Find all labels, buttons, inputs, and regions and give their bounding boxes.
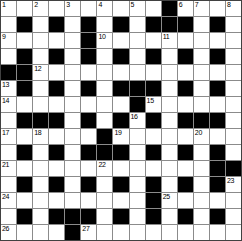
cell-r0c0[interactable]: 1 (1, 1, 16, 16)
cell-r11c0[interactable] (1, 177, 16, 192)
cell-r6c7[interactable] (113, 97, 128, 112)
clue-number-4: 4 (98, 1, 102, 9)
cell-r12c0[interactable]: 24 (1, 193, 16, 208)
cell-r14c8[interactable] (130, 225, 145, 240)
block-cell-r7c2 (33, 113, 48, 128)
clue-number-24: 24 (2, 193, 9, 201)
cell-r8c1[interactable] (17, 129, 32, 144)
cell-r11c8[interactable] (130, 177, 145, 192)
clue-number-3: 3 (66, 1, 70, 9)
cell-r2c6[interactable]: 10 (97, 33, 112, 48)
cell-r14c1[interactable] (17, 225, 32, 240)
block-cell-r2c5 (81, 33, 96, 48)
cell-r8c3[interactable] (49, 129, 64, 144)
block-cell-r3c13 (210, 49, 225, 64)
cell-r7c6[interactable] (97, 113, 112, 128)
block-cell-r7c11 (178, 113, 193, 128)
cell-r4c9[interactable] (146, 65, 161, 80)
block-cell-r5c13 (210, 81, 225, 96)
block-cell-r9c13 (210, 145, 225, 160)
cell-r10c8[interactable] (130, 161, 145, 176)
cell-r0c6[interactable]: 4 (97, 1, 112, 16)
block-cell-r10c14 (226, 161, 241, 176)
cell-r10c4[interactable] (65, 161, 80, 176)
block-cell-r1c7 (113, 17, 128, 32)
block-cell-r9c11 (178, 145, 193, 160)
block-cell-r9c9 (146, 145, 161, 160)
cell-r1c14[interactable] (226, 17, 241, 32)
clue-number-1: 1 (2, 1, 6, 9)
block-cell-r11c9 (146, 177, 161, 192)
block-cell-r11c13 (210, 177, 225, 192)
cell-r14c12[interactable] (194, 225, 209, 240)
cell-r0c2[interactable]: 2 (33, 1, 48, 16)
cell-r10c10[interactable] (162, 161, 177, 176)
cell-r0c5[interactable] (81, 1, 96, 16)
block-cell-r11c1 (17, 177, 32, 192)
cell-r14c7[interactable] (113, 225, 128, 240)
block-cell-r9c3 (49, 145, 64, 160)
cell-r1c0[interactable] (1, 17, 16, 32)
cell-r14c9[interactable] (146, 225, 161, 240)
block-cell-r13c1 (17, 209, 32, 224)
block-cell-r5c8 (130, 81, 145, 96)
cell-r5c4[interactable] (65, 81, 80, 96)
cell-r2c3[interactable] (49, 33, 64, 48)
cell-r11c10[interactable] (162, 177, 177, 192)
block-cell-r1c3 (49, 17, 64, 32)
cell-r4c4[interactable] (65, 65, 80, 80)
block-cell-r3c9 (146, 49, 161, 64)
cell-r12c4[interactable] (65, 193, 80, 208)
cell-r11c14[interactable]: 23 (226, 177, 241, 192)
cell-r2c1[interactable] (17, 33, 32, 48)
cell-r2c0[interactable]: 9 (1, 33, 16, 48)
clue-number-15: 15 (147, 97, 154, 105)
clue-number-14: 14 (2, 97, 9, 105)
cell-r10c11[interactable] (178, 161, 193, 176)
cell-r12c8[interactable] (130, 193, 145, 208)
cell-r12c13[interactable] (210, 193, 225, 208)
block-cell-r3c1 (17, 49, 32, 64)
cell-r7c10[interactable] (162, 113, 177, 128)
cell-r3c14[interactable] (226, 49, 241, 64)
block-cell-r5c5 (81, 81, 96, 96)
cell-r13c14[interactable] (226, 209, 241, 224)
cell-r14c10[interactable] (162, 225, 177, 240)
block-cell-r7c13 (210, 113, 225, 128)
block-cell-r12c9 (146, 193, 161, 208)
cell-r4c14[interactable] (226, 65, 241, 80)
cell-r11c6[interactable] (97, 177, 112, 192)
cell-r4c11[interactable] (178, 65, 193, 80)
block-cell-r9c7 (113, 145, 128, 160)
cell-r6c1[interactable] (17, 97, 32, 112)
cell-r5c14[interactable] (226, 81, 241, 96)
cell-r12c10[interactable]: 25 (162, 193, 177, 208)
cell-r1c2[interactable] (33, 17, 48, 32)
cell-r14c11[interactable] (178, 225, 193, 240)
block-cell-r0c10 (162, 1, 177, 16)
cell-r10c12[interactable] (194, 161, 209, 176)
cell-r5c2[interactable] (33, 81, 48, 96)
cell-r9c0[interactable] (1, 145, 16, 160)
clue-number-26: 26 (2, 225, 9, 233)
cell-r12c1[interactable] (17, 193, 32, 208)
cell-r9c10[interactable] (162, 145, 177, 160)
crossword-grid: 1234567891011121314151617181920212223242… (0, 0, 242, 241)
block-cell-r13c5 (81, 209, 96, 224)
block-cell-r7c12 (194, 113, 209, 128)
cell-r11c2[interactable] (33, 177, 48, 192)
block-cell-r1c13 (210, 17, 225, 32)
cell-r12c7[interactable] (113, 193, 128, 208)
cell-r3c0[interactable] (1, 49, 16, 64)
block-cell-r4c1 (17, 65, 32, 80)
cell-r6c3[interactable] (49, 97, 64, 112)
cell-r10c2[interactable] (33, 161, 48, 176)
cell-r6c2[interactable] (33, 97, 48, 112)
clue-number-13: 13 (2, 81, 9, 89)
cell-r8c2[interactable]: 18 (33, 129, 48, 144)
cell-r1c6[interactable] (97, 17, 112, 32)
cell-r0c13[interactable] (210, 1, 225, 16)
block-cell-r13c7 (113, 209, 128, 224)
clue-number-17: 17 (2, 129, 9, 137)
clue-number-2: 2 (34, 1, 38, 9)
cell-r6c9[interactable]: 15 (146, 97, 161, 112)
block-cell-r11c11 (178, 177, 193, 192)
cell-r7c8[interactable]: 16 (130, 113, 145, 128)
cell-r12c14[interactable] (226, 193, 241, 208)
block-cell-r11c3 (49, 177, 64, 192)
cell-r9c2[interactable] (33, 145, 48, 160)
cell-r12c5[interactable] (81, 193, 96, 208)
cell-r8c13[interactable] (210, 129, 225, 144)
clue-number-11: 11 (163, 33, 170, 41)
block-cell-r9c1 (17, 145, 32, 160)
cell-r8c10[interactable] (162, 129, 177, 144)
block-cell-r7c9 (146, 113, 161, 128)
block-cell-r3c11 (178, 49, 193, 64)
block-cell-r13c13 (210, 209, 225, 224)
cell-r13c12[interactable] (194, 209, 209, 224)
block-cell-r5c9 (146, 81, 161, 96)
cell-r10c9[interactable] (146, 161, 161, 176)
cell-r2c8[interactable] (130, 33, 145, 48)
cell-r3c8[interactable] (130, 49, 145, 64)
cell-r0c11[interactable]: 6 (178, 1, 193, 16)
clue-number-5: 5 (131, 1, 135, 9)
cell-r2c13[interactable] (210, 33, 225, 48)
block-cell-r13c11 (178, 209, 193, 224)
clue-number-22: 22 (98, 161, 105, 169)
block-cell-r3c3 (49, 49, 64, 64)
cell-r8c12[interactable]: 20 (194, 129, 209, 144)
block-cell-r3c5 (81, 49, 96, 64)
clue-number-8: 8 (227, 1, 231, 9)
crossword-board: 1234567891011121314151617181920212223242… (0, 0, 242, 241)
cell-r6c13[interactable] (210, 97, 225, 112)
cell-r11c4[interactable] (65, 177, 80, 192)
cell-r4c13[interactable] (210, 65, 225, 80)
cell-r6c0[interactable]: 14 (1, 97, 16, 112)
block-cell-r5c7 (113, 81, 128, 96)
cell-r9c14[interactable] (226, 145, 241, 160)
cell-r0c1[interactable] (17, 1, 32, 16)
cell-r13c2[interactable] (33, 209, 48, 224)
cell-r9c12[interactable] (194, 145, 209, 160)
block-cell-r1c1 (17, 17, 32, 32)
clue-number-10: 10 (98, 33, 105, 41)
cell-r4c2[interactable]: 12 (33, 65, 48, 80)
cell-r3c12[interactable] (194, 49, 209, 64)
cell-r1c8[interactable] (130, 17, 145, 32)
cell-r6c4[interactable] (65, 97, 80, 112)
cell-r3c6[interactable] (97, 49, 112, 64)
clue-number-20: 20 (195, 129, 202, 137)
clue-number-9: 9 (2, 33, 6, 41)
cell-r2c9[interactable] (146, 33, 161, 48)
clue-number-19: 19 (114, 129, 121, 137)
cell-r0c9[interactable] (146, 1, 161, 16)
block-cell-r7c5 (81, 113, 96, 128)
block-cell-r7c1 (17, 113, 32, 128)
cell-r2c12[interactable] (194, 33, 209, 48)
cell-r8c8[interactable] (130, 129, 145, 144)
clue-number-16: 16 (131, 113, 138, 121)
cell-r13c0[interactable] (1, 209, 16, 224)
cell-r7c0[interactable] (1, 113, 16, 128)
cell-r10c5[interactable] (81, 161, 96, 176)
cell-r2c11[interactable] (178, 33, 193, 48)
cell-r4c8[interactable] (130, 65, 145, 80)
cell-r0c8[interactable]: 5 (130, 1, 145, 16)
cell-r4c3[interactable] (49, 65, 64, 80)
cell-r5c6[interactable] (97, 81, 112, 96)
block-cell-r8c6 (97, 129, 112, 144)
cell-r0c14[interactable]: 8 (226, 1, 241, 16)
block-cell-r9c6 (97, 145, 112, 160)
block-cell-r1c11 (178, 17, 193, 32)
cell-r5c0[interactable]: 13 (1, 81, 16, 96)
block-cell-r1c10 (162, 17, 177, 32)
cell-r13c10[interactable] (162, 209, 177, 224)
clue-number-12: 12 (34, 65, 41, 73)
cell-r11c12[interactable] (194, 177, 209, 192)
cell-r2c7[interactable] (113, 33, 128, 48)
block-cell-r13c4 (65, 209, 80, 224)
cell-r8c11[interactable] (178, 129, 193, 144)
block-cell-r5c3 (49, 81, 64, 96)
clue-number-25: 25 (163, 193, 170, 201)
cell-r6c11[interactable] (178, 97, 193, 112)
block-cell-r9c5 (81, 145, 96, 160)
block-cell-r11c7 (113, 177, 128, 192)
cell-r14c14[interactable] (226, 225, 241, 240)
cell-r6c14[interactable] (226, 97, 241, 112)
clue-number-18: 18 (34, 129, 41, 137)
cell-r8c4[interactable] (65, 129, 80, 144)
cell-r10c1[interactable] (17, 161, 32, 176)
block-cell-r10c13 (210, 161, 225, 176)
cell-r2c4[interactable] (65, 33, 80, 48)
clue-number-21: 21 (2, 161, 9, 169)
cell-r3c4[interactable] (65, 49, 80, 64)
cell-r4c5[interactable] (81, 65, 96, 80)
cell-r0c4[interactable]: 3 (65, 1, 80, 16)
cell-r10c0[interactable]: 21 (1, 161, 16, 176)
clue-number-7: 7 (195, 1, 199, 9)
cell-r7c4[interactable] (65, 113, 80, 128)
cell-r4c7[interactable] (113, 65, 128, 80)
cell-r12c2[interactable] (33, 193, 48, 208)
cell-r8c5[interactable] (81, 129, 96, 144)
block-cell-r5c1 (17, 81, 32, 96)
block-cell-r6c8 (130, 97, 145, 112)
block-cell-r1c9 (146, 17, 161, 32)
cell-r2c14[interactable] (226, 33, 241, 48)
cell-r8c0[interactable]: 17 (1, 129, 16, 144)
cell-r10c7[interactable] (113, 161, 128, 176)
cell-r3c2[interactable] (33, 49, 48, 64)
cell-r4c12[interactable] (194, 65, 209, 80)
cell-r5c10[interactable] (162, 81, 177, 96)
cell-r5c12[interactable] (194, 81, 209, 96)
cell-r7c14[interactable] (226, 113, 241, 128)
cell-r10c6[interactable]: 22 (97, 161, 112, 176)
block-cell-r4c0 (1, 65, 16, 80)
cell-r9c8[interactable] (130, 145, 145, 160)
cell-r14c13[interactable] (210, 225, 225, 240)
cell-r8c7[interactable]: 19 (113, 129, 128, 144)
block-cell-r13c9 (146, 209, 161, 224)
clue-number-6: 6 (179, 1, 183, 9)
cell-r2c2[interactable] (33, 33, 48, 48)
cell-r10c3[interactable] (49, 161, 64, 176)
cell-r1c12[interactable] (194, 17, 209, 32)
cell-r8c9[interactable] (146, 129, 161, 144)
cell-r12c3[interactable] (49, 193, 64, 208)
cell-r6c5[interactable] (81, 97, 96, 112)
cell-r2c10[interactable]: 11 (162, 33, 177, 48)
cell-r13c6[interactable] (97, 209, 112, 224)
cell-r6c6[interactable] (97, 97, 112, 112)
block-cell-r7c3 (49, 113, 64, 128)
block-cell-r11c5 (81, 177, 96, 192)
block-cell-r14c4 (65, 225, 80, 240)
cell-r14c5[interactable]: 27 (81, 225, 96, 240)
cell-r14c6[interactable] (97, 225, 112, 240)
block-cell-r1c5 (81, 17, 96, 32)
block-cell-r13c3 (49, 209, 64, 224)
cell-r4c6[interactable] (97, 65, 112, 80)
cell-r14c2[interactable] (33, 225, 48, 240)
cell-r8c14[interactable] (226, 129, 241, 144)
cell-r0c12[interactable]: 7 (194, 1, 209, 16)
cell-r12c6[interactable] (97, 193, 112, 208)
cell-r13c8[interactable] (130, 209, 145, 224)
cell-r9c4[interactable] (65, 145, 80, 160)
cell-r0c3[interactable] (49, 1, 64, 16)
cell-r12c11[interactable] (178, 193, 193, 208)
cell-r4c10[interactable] (162, 65, 177, 80)
block-cell-r7c7 (113, 113, 128, 128)
block-cell-r5c11 (178, 81, 193, 96)
cell-r1c4[interactable] (65, 17, 80, 32)
cell-r6c10[interactable] (162, 97, 177, 112)
cell-r6c12[interactable] (194, 97, 209, 112)
clue-number-27: 27 (82, 225, 89, 233)
cell-r12c12[interactable] (194, 193, 209, 208)
cell-r14c3[interactable] (49, 225, 64, 240)
cell-r0c7[interactable] (113, 1, 128, 16)
cell-r3c10[interactable] (162, 49, 177, 64)
clue-number-23: 23 (227, 177, 234, 185)
block-cell-r3c7 (113, 49, 128, 64)
cell-r14c0[interactable]: 26 (1, 225, 16, 240)
